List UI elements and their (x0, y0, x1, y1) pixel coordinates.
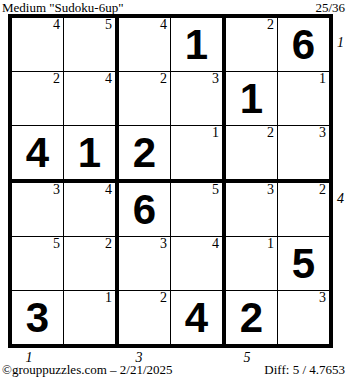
cell-r3c5[interactable]: 2 (226, 126, 278, 183)
big-digit: 4 (171, 291, 222, 344)
corner-mark: 2 (267, 125, 274, 141)
cell-r4c3[interactable]: 6 (119, 183, 171, 237)
cell-r2c3[interactable]: 2 (119, 72, 171, 126)
cell-r5c2[interactable]: 2 (64, 237, 119, 291)
cell-r1c2[interactable]: 5 (64, 18, 119, 72)
corner-mark: 4 (53, 17, 60, 33)
corner-mark: 1 (212, 125, 219, 141)
cell-r2c2[interactable]: 4 (64, 72, 119, 126)
cell-r3c2[interactable]: 1 (64, 126, 119, 183)
corner-mark: 3 (319, 290, 326, 306)
corner-mark: 4 (105, 182, 112, 198)
cell-r1c4[interactable]: 1 (171, 18, 226, 72)
big-digit: 1 (226, 72, 277, 125)
cell-r3c1[interactable]: 4 (12, 126, 64, 183)
cell-r5c4[interactable]: 4 (171, 237, 226, 291)
board: 454126242311412123346532523415312423 (8, 14, 333, 348)
big-digit: 3 (12, 291, 63, 344)
cell-r5c3[interactable]: 3 (119, 237, 171, 291)
corner-mark: 4 (212, 236, 219, 252)
cell-r5c5[interactable]: 1 (226, 237, 278, 291)
corner-mark: 4 (105, 71, 112, 87)
cell-r2c6[interactable]: 1 (278, 72, 329, 126)
row-label-1: 1 (337, 36, 344, 50)
big-digit: 6 (119, 183, 170, 236)
cell-r6c4[interactable]: 4 (171, 291, 226, 344)
cell-r1c3[interactable]: 4 (119, 18, 171, 72)
cell-r6c5[interactable]: 2 (226, 291, 278, 344)
col-label-5: 5 (244, 351, 251, 365)
cell-r4c2[interactable]: 4 (64, 183, 119, 237)
corner-mark: 5 (212, 182, 219, 198)
corner-mark: 2 (53, 71, 60, 87)
cell-r4c5[interactable]: 3 (226, 183, 278, 237)
big-digit: 1 (64, 126, 115, 179)
corner-mark: 4 (160, 17, 167, 33)
big-digit: 1 (171, 18, 222, 71)
cell-r1c5[interactable]: 2 (226, 18, 278, 72)
big-digit: 4 (12, 126, 63, 179)
corner-mark: 2 (160, 290, 167, 306)
corner-mark: 5 (53, 236, 60, 252)
cell-r1c1[interactable]: 4 (12, 18, 64, 72)
cell-r5c6[interactable]: 5 (278, 237, 329, 291)
big-digit: 2 (226, 291, 277, 344)
cell-r4c1[interactable]: 3 (12, 183, 64, 237)
big-digit: 2 (119, 126, 170, 179)
row-label-4: 4 (337, 192, 344, 206)
cell-r6c2[interactable]: 1 (64, 291, 119, 344)
big-digit: 6 (278, 18, 329, 71)
cell-r2c4[interactable]: 3 (171, 72, 226, 126)
corner-mark: 1 (105, 290, 112, 306)
cell-r4c6[interactable]: 2 (278, 183, 329, 237)
cell-r4c4[interactable]: 5 (171, 183, 226, 237)
difficulty: Diff: 5 / 4.7653 (264, 362, 345, 378)
cell-r5c1[interactable]: 5 (12, 237, 64, 291)
corner-mark: 2 (105, 236, 112, 252)
cell-r2c1[interactable]: 2 (12, 72, 64, 126)
corner-mark: 1 (319, 71, 326, 87)
corner-mark: 1 (267, 236, 274, 252)
cell-r6c6[interactable]: 3 (278, 291, 329, 344)
big-digit: 5 (278, 237, 329, 290)
cell-r1c6[interactable]: 6 (278, 18, 329, 72)
cell-r6c1[interactable]: 3 (12, 291, 64, 344)
corner-mark: 3 (319, 125, 326, 141)
cell-r2c5[interactable]: 1 (226, 72, 278, 126)
copyright-date: ©grouppuzzles.com – 2/21/2025 (2, 362, 173, 378)
cell-r6c3[interactable]: 2 (119, 291, 171, 344)
cell-r3c4[interactable]: 1 (171, 126, 226, 183)
cell-r3c6[interactable]: 3 (278, 126, 329, 183)
corner-mark: 2 (160, 71, 167, 87)
corner-mark: 2 (267, 17, 274, 33)
cell-r3c3[interactable]: 2 (119, 126, 171, 183)
corner-mark: 3 (160, 236, 167, 252)
corner-mark: 3 (212, 71, 219, 87)
corner-mark: 2 (319, 182, 326, 198)
corner-mark: 5 (105, 17, 112, 33)
corner-mark: 3 (267, 182, 274, 198)
corner-mark: 3 (53, 182, 60, 198)
